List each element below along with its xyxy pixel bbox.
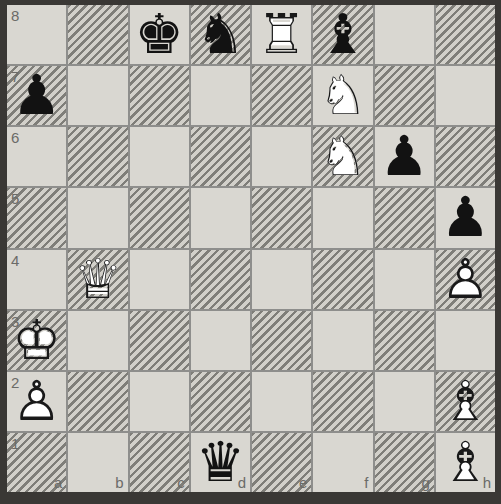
white-knight-icon[interactable]: ♞♘ xyxy=(313,66,372,125)
rank-label-7: 7 xyxy=(11,68,19,85)
square-c6[interactable] xyxy=(130,127,189,186)
rank-label-6: 6 xyxy=(11,129,19,146)
square-a4[interactable]: 4 xyxy=(7,250,66,309)
square-d5[interactable] xyxy=(191,188,250,247)
square-g1[interactable]: g xyxy=(375,433,434,492)
square-f3[interactable] xyxy=(313,311,372,370)
black-pawn-glyph: ♟ xyxy=(379,129,428,184)
white-bishop-icon[interactable]: ♝♗ xyxy=(436,372,495,431)
square-d1[interactable]: d♛ xyxy=(191,433,250,492)
white-rook-icon[interactable]: ♜♖ xyxy=(252,5,311,64)
square-a5[interactable]: 5 xyxy=(7,188,66,247)
square-h5[interactable]: ♟ xyxy=(436,188,495,247)
white-queen-outline-layer: ♕ xyxy=(73,252,122,307)
square-c8[interactable]: ♚ xyxy=(130,5,189,64)
square-f1[interactable]: f xyxy=(313,433,372,492)
square-b7[interactable] xyxy=(68,66,127,125)
square-d4[interactable] xyxy=(191,250,250,309)
square-h6[interactable] xyxy=(436,127,495,186)
square-b5[interactable] xyxy=(68,188,127,247)
file-label-d: d xyxy=(238,474,246,491)
square-d8[interactable]: ♞ xyxy=(191,5,250,64)
square-c5[interactable] xyxy=(130,188,189,247)
square-b2[interactable] xyxy=(68,372,127,431)
square-c2[interactable] xyxy=(130,372,189,431)
square-b8[interactable] xyxy=(68,5,127,64)
square-e4[interactable] xyxy=(252,250,311,309)
black-pawn-icon[interactable]: ♟ xyxy=(436,188,495,247)
file-label-h: h xyxy=(483,474,491,491)
square-g5[interactable] xyxy=(375,188,434,247)
square-a2[interactable]: 2♟♙ xyxy=(7,372,66,431)
square-c1[interactable]: c xyxy=(130,433,189,492)
square-g4[interactable] xyxy=(375,250,434,309)
square-h4[interactable]: ♟♙ xyxy=(436,250,495,309)
white-pawn-icon[interactable]: ♟♙ xyxy=(436,250,495,309)
white-bishop-outline-layer: ♗ xyxy=(441,374,490,429)
square-f5[interactable] xyxy=(313,188,372,247)
white-queen-icon[interactable]: ♛♕ xyxy=(68,250,127,309)
square-f6[interactable]: ♞♘ xyxy=(313,127,372,186)
square-h8[interactable] xyxy=(436,5,495,64)
rank-label-5: 5 xyxy=(11,190,19,207)
square-b3[interactable] xyxy=(68,311,127,370)
square-d6[interactable] xyxy=(191,127,250,186)
file-label-e: e xyxy=(299,474,307,491)
black-king-glyph: ♚ xyxy=(134,7,183,62)
square-d7[interactable] xyxy=(191,66,250,125)
square-a1[interactable]: 1a xyxy=(7,433,66,492)
file-label-f: f xyxy=(364,474,368,491)
file-label-g: g xyxy=(421,474,429,491)
square-f7[interactable]: ♞♘ xyxy=(313,66,372,125)
black-pawn-glyph: ♟ xyxy=(12,68,61,123)
black-king-icon[interactable]: ♚ xyxy=(130,5,189,64)
chess-board: 8♚♞♜♖♝7♟♞♘6♞♘♟5♟4♛♕♟♙3♚♔2♟♙♝♗1abcd♛efgh♝… xyxy=(7,5,495,492)
black-bishop-glyph: ♝ xyxy=(318,7,367,62)
square-f8[interactable]: ♝ xyxy=(313,5,372,64)
white-knight-outline-layer: ♘ xyxy=(318,68,367,123)
file-label-b: b xyxy=(115,474,123,491)
white-pawn-outline-layer: ♙ xyxy=(441,252,490,307)
black-knight-icon[interactable]: ♞ xyxy=(191,5,250,64)
square-b4[interactable]: ♛♕ xyxy=(68,250,127,309)
square-d3[interactable] xyxy=(191,311,250,370)
square-e5[interactable] xyxy=(252,188,311,247)
black-pawn-icon[interactable]: ♟ xyxy=(375,127,434,186)
square-e8[interactable]: ♜♖ xyxy=(252,5,311,64)
black-bishop-icon[interactable]: ♝ xyxy=(313,5,372,64)
white-knight-icon[interactable]: ♞♘ xyxy=(313,127,372,186)
square-g2[interactable] xyxy=(375,372,434,431)
square-b1[interactable]: b xyxy=(68,433,127,492)
square-c4[interactable] xyxy=(130,250,189,309)
square-d2[interactable] xyxy=(191,372,250,431)
square-h7[interactable] xyxy=(436,66,495,125)
square-a8[interactable]: 8 xyxy=(7,5,66,64)
square-h2[interactable]: ♝♗ xyxy=(436,372,495,431)
square-a6[interactable]: 6 xyxy=(7,127,66,186)
square-a7[interactable]: 7♟ xyxy=(7,66,66,125)
square-e6[interactable] xyxy=(252,127,311,186)
rank-label-4: 4 xyxy=(11,252,19,269)
square-g3[interactable] xyxy=(375,311,434,370)
square-c3[interactable] xyxy=(130,311,189,370)
square-e2[interactable] xyxy=(252,372,311,431)
square-a3[interactable]: 3♚♔ xyxy=(7,311,66,370)
rank-label-2: 2 xyxy=(11,374,19,391)
square-e7[interactable] xyxy=(252,66,311,125)
white-knight-outline-layer: ♘ xyxy=(318,129,367,184)
square-g6[interactable]: ♟ xyxy=(375,127,434,186)
square-h3[interactable] xyxy=(436,311,495,370)
file-label-a: a xyxy=(54,474,62,491)
white-pawn-outline-layer: ♙ xyxy=(12,374,61,429)
square-e1[interactable]: e xyxy=(252,433,311,492)
square-c7[interactable] xyxy=(130,66,189,125)
rank-label-1: 1 xyxy=(11,435,19,452)
square-f4[interactable] xyxy=(313,250,372,309)
rank-label-3: 3 xyxy=(11,313,19,330)
file-label-c: c xyxy=(177,474,185,491)
white-rook-outline-layer: ♖ xyxy=(257,7,306,62)
black-knight-glyph: ♞ xyxy=(196,7,245,62)
square-b6[interactable] xyxy=(68,127,127,186)
square-g8[interactable] xyxy=(375,5,434,64)
square-g7[interactable] xyxy=(375,66,434,125)
rank-label-8: 8 xyxy=(11,7,19,24)
black-pawn-glyph: ♟ xyxy=(441,190,490,245)
square-h1[interactable]: h♝♗ xyxy=(436,433,495,492)
white-king-outline-layer: ♔ xyxy=(12,313,61,368)
chess-app-frame: 8♚♞♜♖♝7♟♞♘6♞♘♟5♟4♛♕♟♙3♚♔2♟♙♝♗1abcd♛efgh♝… xyxy=(0,0,501,504)
square-e3[interactable] xyxy=(252,311,311,370)
square-f2[interactable] xyxy=(313,372,372,431)
